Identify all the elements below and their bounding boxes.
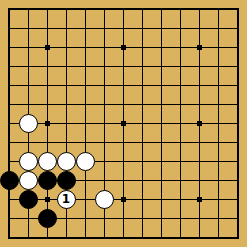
intersection[interactable] (228, 76, 247, 95)
intersection[interactable] (190, 152, 209, 171)
white-stone (38, 152, 57, 171)
intersection[interactable] (95, 190, 114, 209)
intersection[interactable] (228, 95, 247, 114)
intersection[interactable] (190, 19, 209, 38)
intersection[interactable] (0, 228, 19, 247)
intersection[interactable] (76, 133, 95, 152)
intersection[interactable] (76, 114, 95, 133)
intersection[interactable] (57, 152, 76, 171)
intersection[interactable] (57, 114, 76, 133)
intersection[interactable] (171, 114, 190, 133)
intersection[interactable] (38, 57, 57, 76)
intersection[interactable] (76, 190, 95, 209)
intersection[interactable] (114, 152, 133, 171)
intersection[interactable] (228, 19, 247, 38)
intersection[interactable] (0, 209, 19, 228)
intersection[interactable] (209, 190, 228, 209)
intersection[interactable] (190, 95, 209, 114)
intersection[interactable] (0, 19, 19, 38)
intersection[interactable] (19, 228, 38, 247)
intersection[interactable] (171, 209, 190, 228)
move-1-stone: 1 (57, 190, 76, 209)
black-stone (38, 209, 57, 228)
intersection[interactable] (171, 228, 190, 247)
intersection[interactable]: 1 (57, 190, 76, 209)
intersection[interactable] (19, 57, 38, 76)
intersection[interactable] (228, 190, 247, 209)
intersection[interactable] (38, 190, 57, 209)
intersection[interactable] (152, 171, 171, 190)
intersection[interactable] (76, 209, 95, 228)
intersection[interactable] (152, 190, 171, 209)
intersection[interactable] (133, 209, 152, 228)
intersection[interactable] (114, 0, 133, 19)
intersection[interactable] (190, 57, 209, 76)
white-stone (19, 171, 38, 190)
intersection[interactable] (19, 114, 38, 133)
intersection[interactable] (38, 95, 57, 114)
intersection[interactable] (133, 38, 152, 57)
intersection[interactable] (228, 0, 247, 19)
intersection[interactable] (209, 114, 228, 133)
intersection[interactable] (171, 0, 190, 19)
intersection[interactable] (57, 133, 76, 152)
intersection[interactable] (190, 228, 209, 247)
intersection[interactable] (209, 228, 228, 247)
intersection[interactable] (152, 38, 171, 57)
intersection[interactable] (95, 114, 114, 133)
intersection[interactable] (209, 38, 228, 57)
intersection[interactable] (152, 114, 171, 133)
intersection[interactable] (114, 190, 133, 209)
intersection[interactable] (57, 209, 76, 228)
intersection[interactable] (38, 228, 57, 247)
intersection[interactable] (19, 19, 38, 38)
intersection[interactable] (152, 228, 171, 247)
star-point (197, 197, 202, 202)
intersection[interactable] (57, 57, 76, 76)
intersection[interactable] (19, 76, 38, 95)
intersection[interactable] (19, 190, 38, 209)
intersection[interactable] (209, 152, 228, 171)
intersection[interactable] (19, 133, 38, 152)
intersection[interactable] (57, 95, 76, 114)
intersection[interactable] (0, 76, 19, 95)
star-point (197, 121, 202, 126)
white-stone (19, 114, 38, 133)
intersection[interactable] (114, 228, 133, 247)
intersection[interactable] (209, 76, 228, 95)
intersection[interactable] (152, 133, 171, 152)
intersection[interactable] (171, 190, 190, 209)
intersection[interactable] (38, 171, 57, 190)
intersection[interactable] (133, 76, 152, 95)
intersection[interactable] (152, 209, 171, 228)
intersection[interactable] (228, 228, 247, 247)
intersection[interactable] (76, 171, 95, 190)
intersection[interactable] (133, 57, 152, 76)
intersection[interactable] (57, 0, 76, 19)
intersection[interactable] (19, 0, 38, 19)
intersection[interactable] (114, 38, 133, 57)
intersection[interactable] (190, 114, 209, 133)
intersection[interactable] (114, 171, 133, 190)
intersection[interactable] (38, 0, 57, 19)
intersection[interactable] (171, 76, 190, 95)
intersection[interactable] (171, 152, 190, 171)
intersection[interactable] (95, 57, 114, 76)
intersection[interactable] (133, 152, 152, 171)
intersection[interactable] (190, 133, 209, 152)
intersection[interactable] (190, 190, 209, 209)
intersection[interactable] (0, 57, 19, 76)
intersection[interactable] (133, 114, 152, 133)
intersection[interactable] (152, 152, 171, 171)
intersection[interactable] (133, 171, 152, 190)
intersection[interactable] (152, 57, 171, 76)
intersection[interactable] (171, 171, 190, 190)
intersection[interactable] (190, 38, 209, 57)
intersection[interactable] (95, 19, 114, 38)
intersection[interactable] (76, 228, 95, 247)
intersection[interactable] (38, 114, 57, 133)
intersection[interactable] (57, 171, 76, 190)
intersection[interactable] (114, 76, 133, 95)
star-point (45, 121, 50, 126)
intersection[interactable] (209, 133, 228, 152)
intersection[interactable] (133, 133, 152, 152)
intersection[interactable] (171, 19, 190, 38)
intersection[interactable] (19, 171, 38, 190)
white-stone (95, 190, 114, 209)
intersection[interactable] (0, 114, 19, 133)
intersection[interactable] (171, 38, 190, 57)
intersection[interactable] (152, 0, 171, 19)
intersection[interactable] (76, 57, 95, 76)
intersection[interactable] (38, 133, 57, 152)
intersection[interactable] (95, 95, 114, 114)
intersection[interactable] (209, 209, 228, 228)
star-point (45, 45, 50, 50)
intersection[interactable] (76, 38, 95, 57)
intersection[interactable] (38, 152, 57, 171)
intersection[interactable] (95, 152, 114, 171)
intersection[interactable] (0, 0, 19, 19)
intersection[interactable] (57, 19, 76, 38)
intersection[interactable] (114, 133, 133, 152)
intersection[interactable] (95, 38, 114, 57)
intersection[interactable] (38, 38, 57, 57)
intersection[interactable] (171, 95, 190, 114)
intersection[interactable] (114, 19, 133, 38)
intersection[interactable] (76, 19, 95, 38)
intersection[interactable] (133, 228, 152, 247)
star-point (197, 45, 202, 50)
intersection[interactable] (114, 114, 133, 133)
intersection[interactable] (19, 95, 38, 114)
intersection[interactable] (209, 0, 228, 19)
intersection[interactable] (19, 38, 38, 57)
intersection[interactable] (152, 95, 171, 114)
intersection[interactable] (95, 0, 114, 19)
intersection[interactable] (133, 95, 152, 114)
intersection[interactable] (95, 76, 114, 95)
intersection[interactable] (209, 57, 228, 76)
intersection[interactable] (95, 228, 114, 247)
star-point (121, 197, 126, 202)
intersection[interactable] (152, 76, 171, 95)
intersection[interactable] (171, 133, 190, 152)
intersection[interactable] (114, 57, 133, 76)
white-stone (19, 152, 38, 171)
intersection[interactable] (228, 114, 247, 133)
intersection[interactable] (38, 19, 57, 38)
intersection[interactable] (209, 19, 228, 38)
intersection[interactable] (228, 38, 247, 57)
intersection[interactable] (0, 133, 19, 152)
intersection[interactable] (133, 19, 152, 38)
intersection[interactable] (228, 171, 247, 190)
star-point (45, 197, 50, 202)
intersection[interactable] (95, 209, 114, 228)
intersection[interactable] (38, 76, 57, 95)
intersection[interactable] (133, 0, 152, 19)
intersection[interactable] (209, 171, 228, 190)
intersection[interactable] (190, 209, 209, 228)
go-board: 1 (0, 0, 247, 247)
intersection[interactable] (190, 171, 209, 190)
intersection[interactable] (19, 209, 38, 228)
intersection[interactable] (114, 95, 133, 114)
intersection[interactable] (190, 0, 209, 19)
intersection[interactable] (95, 133, 114, 152)
intersection[interactable] (0, 190, 19, 209)
intersection[interactable] (0, 95, 19, 114)
intersection[interactable] (190, 76, 209, 95)
star-point (121, 121, 126, 126)
intersection[interactable] (228, 209, 247, 228)
intersection[interactable] (38, 209, 57, 228)
intersection[interactable] (57, 38, 76, 57)
black-stone (19, 190, 38, 209)
intersection[interactable] (133, 190, 152, 209)
white-stone (76, 152, 95, 171)
black-stone (57, 171, 76, 190)
intersection[interactable] (228, 57, 247, 76)
intersection[interactable] (228, 152, 247, 171)
intersection[interactable] (76, 95, 95, 114)
intersection[interactable] (0, 171, 19, 190)
intersection[interactable] (19, 152, 38, 171)
intersection[interactable] (0, 38, 19, 57)
black-stone (0, 171, 19, 190)
go-diagram: 1 (0, 0, 247, 247)
white-stone (57, 152, 76, 171)
intersection[interactable] (0, 152, 19, 171)
intersection[interactable] (114, 209, 133, 228)
intersection[interactable] (228, 133, 247, 152)
black-stone (38, 171, 57, 190)
move-number-label: 1 (62, 193, 70, 205)
intersection[interactable] (76, 0, 95, 19)
intersection[interactable] (171, 57, 190, 76)
intersection[interactable] (152, 19, 171, 38)
intersection[interactable] (76, 152, 95, 171)
intersection[interactable] (95, 171, 114, 190)
intersection[interactable] (209, 95, 228, 114)
intersection[interactable] (76, 76, 95, 95)
star-point (121, 45, 126, 50)
intersection[interactable] (57, 76, 76, 95)
intersection[interactable] (57, 228, 76, 247)
